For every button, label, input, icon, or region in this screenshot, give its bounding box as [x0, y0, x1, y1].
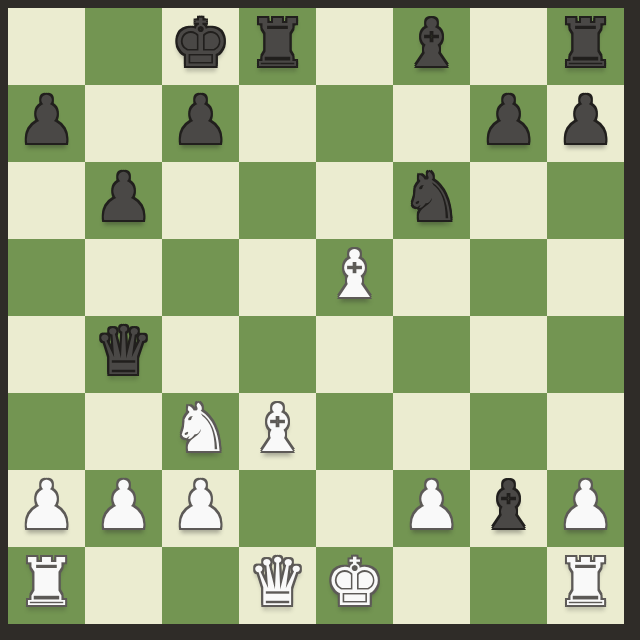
white-pawn[interactable]: ♟ [402, 467, 461, 544]
square-d7[interactable] [239, 85, 316, 162]
square-f2[interactable]: ♟ [393, 470, 470, 547]
square-g3[interactable] [470, 393, 547, 470]
square-d6[interactable] [239, 162, 316, 239]
square-h6[interactable] [547, 162, 624, 239]
square-e8[interactable] [316, 8, 393, 85]
black-rook[interactable]: ♜ [248, 5, 307, 82]
black-knight[interactable]: ♞ [402, 159, 461, 236]
square-h7[interactable]: ♟ [547, 85, 624, 162]
black-pawn[interactable]: ♟ [556, 82, 615, 159]
white-knight[interactable]: ♞ [171, 390, 230, 467]
black-pawn[interactable]: ♟ [171, 82, 230, 159]
white-rook[interactable]: ♜ [17, 544, 76, 621]
square-h1[interactable]: ♜ [547, 547, 624, 624]
square-f8[interactable]: ♝ [393, 8, 470, 85]
white-pawn[interactable]: ♟ [171, 467, 230, 544]
square-a5[interactable] [8, 239, 85, 316]
square-a1[interactable]: ♜ [8, 547, 85, 624]
square-a7[interactable]: ♟ [8, 85, 85, 162]
square-h4[interactable] [547, 316, 624, 393]
square-e4[interactable] [316, 316, 393, 393]
white-bishop[interactable]: ♝ [325, 236, 384, 313]
square-b4[interactable]: ♛ [85, 316, 162, 393]
black-king[interactable]: ♚ [171, 5, 230, 82]
square-b7[interactable] [85, 85, 162, 162]
square-c6[interactable] [162, 162, 239, 239]
square-d1[interactable]: ♛ [239, 547, 316, 624]
square-f1[interactable] [393, 547, 470, 624]
white-queen[interactable]: ♛ [248, 544, 307, 621]
board-frame: ♚♜♝♜♟♟♟♟♟♞♝♛♞♝♟♟♟♟♝♟♜♛♚♜ [0, 0, 640, 640]
square-c2[interactable]: ♟ [162, 470, 239, 547]
square-e5[interactable]: ♝ [316, 239, 393, 316]
black-pawn[interactable]: ♟ [94, 159, 153, 236]
square-a4[interactable] [8, 316, 85, 393]
square-a8[interactable] [8, 8, 85, 85]
square-d2[interactable] [239, 470, 316, 547]
square-c4[interactable] [162, 316, 239, 393]
black-pawn[interactable]: ♟ [17, 82, 76, 159]
white-pawn[interactable]: ♟ [94, 467, 153, 544]
square-c5[interactable] [162, 239, 239, 316]
square-h5[interactable] [547, 239, 624, 316]
square-f5[interactable] [393, 239, 470, 316]
white-pawn[interactable]: ♟ [556, 467, 615, 544]
square-g1[interactable] [470, 547, 547, 624]
square-g6[interactable] [470, 162, 547, 239]
square-a3[interactable] [8, 393, 85, 470]
square-e3[interactable] [316, 393, 393, 470]
black-bishop[interactable]: ♝ [479, 467, 538, 544]
square-g2[interactable]: ♝ [470, 470, 547, 547]
square-b2[interactable]: ♟ [85, 470, 162, 547]
square-g8[interactable] [470, 8, 547, 85]
white-rook[interactable]: ♜ [556, 544, 615, 621]
square-h2[interactable]: ♟ [547, 470, 624, 547]
square-g5[interactable] [470, 239, 547, 316]
square-c3[interactable]: ♞ [162, 393, 239, 470]
square-f6[interactable]: ♞ [393, 162, 470, 239]
square-b5[interactable] [85, 239, 162, 316]
square-d3[interactable]: ♝ [239, 393, 316, 470]
square-b1[interactable] [85, 547, 162, 624]
black-queen[interactable]: ♛ [94, 313, 153, 390]
square-d5[interactable] [239, 239, 316, 316]
square-b3[interactable] [85, 393, 162, 470]
white-pawn[interactable]: ♟ [17, 467, 76, 544]
square-c8[interactable]: ♚ [162, 8, 239, 85]
square-f4[interactable] [393, 316, 470, 393]
square-e7[interactable] [316, 85, 393, 162]
square-d4[interactable] [239, 316, 316, 393]
square-g7[interactable]: ♟ [470, 85, 547, 162]
square-c1[interactable] [162, 547, 239, 624]
square-b8[interactable] [85, 8, 162, 85]
square-f3[interactable] [393, 393, 470, 470]
black-pawn[interactable]: ♟ [479, 82, 538, 159]
black-rook[interactable]: ♜ [556, 5, 615, 82]
square-b6[interactable]: ♟ [85, 162, 162, 239]
square-f7[interactable] [393, 85, 470, 162]
square-d8[interactable]: ♜ [239, 8, 316, 85]
white-king[interactable]: ♚ [325, 544, 384, 621]
square-e1[interactable]: ♚ [316, 547, 393, 624]
black-bishop[interactable]: ♝ [402, 5, 461, 82]
square-h3[interactable] [547, 393, 624, 470]
square-g4[interactable] [470, 316, 547, 393]
square-h8[interactable]: ♜ [547, 8, 624, 85]
square-e6[interactable] [316, 162, 393, 239]
chess-board: ♚♜♝♜♟♟♟♟♟♞♝♛♞♝♟♟♟♟♝♟♜♛♚♜ [8, 8, 624, 624]
square-e2[interactable] [316, 470, 393, 547]
square-c7[interactable]: ♟ [162, 85, 239, 162]
square-a2[interactable]: ♟ [8, 470, 85, 547]
white-bishop[interactable]: ♝ [248, 390, 307, 467]
square-a6[interactable] [8, 162, 85, 239]
